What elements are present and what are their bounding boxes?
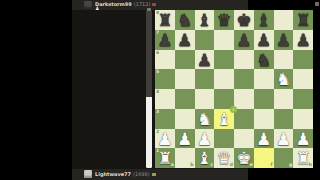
white-rook[interactable]: ♜ <box>155 148 175 168</box>
square-a2[interactable]: 2♟ <box>155 129 175 149</box>
black-rook[interactable]: ♜ <box>293 10 313 30</box>
square-g1[interactable]: g <box>274 148 294 168</box>
evaluation-bar-white-portion <box>146 97 152 168</box>
square-h1[interactable]: h♜ <box>293 148 313 168</box>
square-g5[interactable]: ♞ <box>274 69 294 89</box>
square-f5[interactable] <box>254 69 274 89</box>
black-knight[interactable]: ♞ <box>254 50 274 70</box>
square-f7[interactable]: ♟ <box>254 30 274 50</box>
square-d5[interactable] <box>214 69 234 89</box>
square-c1[interactable]: c♝ <box>195 148 215 168</box>
top-player-line: Darkstorm99 (1712) <box>95 1 156 7</box>
square-e4[interactable] <box>234 89 254 109</box>
square-e2[interactable] <box>234 129 254 149</box>
square-e6[interactable] <box>234 50 254 70</box>
rank-label-4: 4 <box>156 90 159 95</box>
bottom-player-flag-icon <box>152 173 156 176</box>
square-e3[interactable] <box>234 109 254 129</box>
menu-icon[interactable] <box>315 2 319 6</box>
square-b5[interactable] <box>175 69 195 89</box>
square-a6[interactable]: 6 <box>155 50 175 70</box>
square-f3[interactable] <box>254 109 274 129</box>
white-pawn[interactable]: ♟ <box>195 129 215 149</box>
black-bishop[interactable]: ♝ <box>254 10 274 30</box>
square-f4[interactable] <box>254 89 274 109</box>
white-pawn[interactable]: ♟ <box>293 129 313 149</box>
square-d2[interactable] <box>214 129 234 149</box>
white-pawn[interactable]: ♟ <box>274 129 294 149</box>
rank-label-6: 6 <box>156 51 159 56</box>
white-knight[interactable]: ♞ <box>274 69 294 89</box>
bottom-player-rating: (1698) <box>133 171 150 177</box>
white-pawn[interactable]: ♟ <box>175 129 195 149</box>
black-pawn[interactable]: ♟ <box>234 30 254 50</box>
black-pawn[interactable]: ♟ <box>155 30 175 50</box>
black-pawn[interactable]: ♟ <box>195 50 215 70</box>
square-a3[interactable]: 3 <box>155 109 175 129</box>
black-pawn[interactable]: ♟ <box>293 30 313 50</box>
square-d3[interactable]: ♝✓ <box>214 109 234 129</box>
square-h7[interactable]: ♟ <box>293 30 313 50</box>
square-c8[interactable]: ♝ <box>195 10 215 30</box>
square-h6[interactable] <box>293 50 313 70</box>
black-rook[interactable]: ♜ <box>155 10 175 30</box>
square-h8[interactable]: ♜ <box>293 10 313 30</box>
square-e5[interactable] <box>234 69 254 89</box>
bottom-player-avatar[interactable] <box>84 170 92 178</box>
square-b4[interactable] <box>175 89 195 109</box>
rank-label-3: 3 <box>156 110 159 115</box>
square-c2[interactable]: ♟ <box>195 129 215 149</box>
square-g2[interactable]: ♟ <box>274 129 294 149</box>
square-b1[interactable]: b <box>175 148 195 168</box>
black-bishop[interactable]: ♝ <box>195 10 215 30</box>
square-c7[interactable] <box>195 30 215 50</box>
black-king[interactable]: ♚ <box>234 10 254 30</box>
white-knight[interactable]: ♞ <box>195 109 215 129</box>
square-g7[interactable]: ♟ <box>274 30 294 50</box>
black-pawn[interactable]: ♟ <box>254 30 274 50</box>
square-b7[interactable]: ♟ <box>175 30 195 50</box>
white-pawn[interactable]: ♟ <box>254 129 274 149</box>
square-h4[interactable] <box>293 89 313 109</box>
square-g8[interactable] <box>274 10 294 30</box>
settings-icon[interactable] <box>147 8 151 11</box>
square-b2[interactable]: ♟ <box>175 129 195 149</box>
square-d1[interactable]: d♛ <box>214 148 234 168</box>
square-c3[interactable]: ♞ <box>195 109 215 129</box>
square-c5[interactable] <box>195 69 215 89</box>
square-d8[interactable]: ♛ <box>214 10 234 30</box>
white-rook[interactable]: ♜ <box>293 148 313 168</box>
square-g3[interactable] <box>274 109 294 129</box>
square-d6[interactable] <box>214 50 234 70</box>
white-queen[interactable]: ♛ <box>214 148 234 168</box>
square-b3[interactable] <box>175 109 195 129</box>
square-e7[interactable]: ♟ <box>234 30 254 50</box>
file-label-f: f <box>271 163 273 168</box>
square-f6[interactable]: ♞ <box>254 50 274 70</box>
move-quality-badge: ✓ <box>230 106 237 113</box>
black-pawn[interactable]: ♟ <box>274 30 294 50</box>
square-g4[interactable] <box>274 89 294 109</box>
square-f2[interactable]: ♟ <box>254 129 274 149</box>
black-knight[interactable]: ♞ <box>175 10 195 30</box>
file-label-b: b <box>190 163 193 168</box>
white-king[interactable]: ♚ <box>234 148 254 168</box>
square-c6[interactable]: ♟ <box>195 50 215 70</box>
top-player-rating: (1712) <box>134 1 151 7</box>
chess-board: 8♜♞♝♛♚♝♜7♟♟♟♟♟♟6♟♞5♞43♞♝✓2♟♟♟♟♟♟1a♜bc♝d♛… <box>155 10 313 168</box>
square-a4[interactable]: 4 <box>155 89 175 109</box>
white-pawn[interactable]: ♟ <box>155 129 175 149</box>
square-e1[interactable]: e♚ <box>234 148 254 168</box>
top-player-avatar[interactable] <box>84 1 92 9</box>
square-d7[interactable] <box>214 30 234 50</box>
file-label-g: g <box>289 163 292 168</box>
square-a5[interactable]: 5 <box>155 69 175 89</box>
top-player-flag-icon <box>152 3 156 6</box>
square-a1[interactable]: 1a♜ <box>155 148 175 168</box>
square-h2[interactable]: ♟ <box>293 129 313 149</box>
rank-label-5: 5 <box>156 70 159 75</box>
square-f1[interactable]: f <box>254 148 274 168</box>
bottom-player-name[interactable]: Lightwave77 <box>95 171 131 177</box>
square-f8[interactable]: ♝ <box>254 10 274 30</box>
app-content-strip: Darkstorm99 (1712) ♟ Lightwave77 (1698) … <box>72 0 248 180</box>
bottom-player-line: Lightwave77 (1698) <box>95 171 156 177</box>
black-queen[interactable]: ♛ <box>214 10 234 30</box>
top-player-captured-pieces: ♟ <box>95 6 99 11</box>
evaluation-bar <box>146 10 152 168</box>
white-bishop[interactable]: ♝ <box>195 148 215 168</box>
square-h5[interactable] <box>293 69 313 89</box>
square-a8[interactable]: 8♜ <box>155 10 175 30</box>
square-b8[interactable]: ♞ <box>175 10 195 30</box>
black-pawn[interactable]: ♟ <box>175 30 195 50</box>
square-b6[interactable] <box>175 50 195 70</box>
square-g6[interactable] <box>274 50 294 70</box>
top-player-name[interactable]: Darkstorm99 <box>95 1 132 7</box>
square-h3[interactable] <box>293 109 313 129</box>
square-e8[interactable]: ♚ <box>234 10 254 30</box>
video-frame: Darkstorm99 (1712) ♟ Lightwave77 (1698) … <box>0 0 320 180</box>
square-a7[interactable]: 7♟ <box>155 30 175 50</box>
square-c4[interactable] <box>195 89 215 109</box>
